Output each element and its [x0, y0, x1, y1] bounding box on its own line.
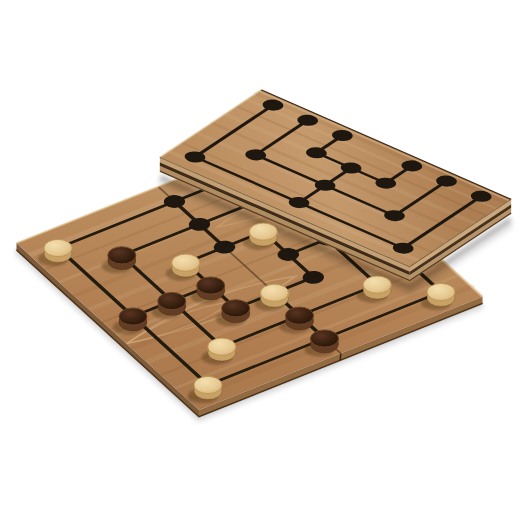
product-photo-stage: [0, 0, 520, 520]
morris-scene: [0, 0, 520, 520]
front-seam-notch: [340, 354, 341, 361]
